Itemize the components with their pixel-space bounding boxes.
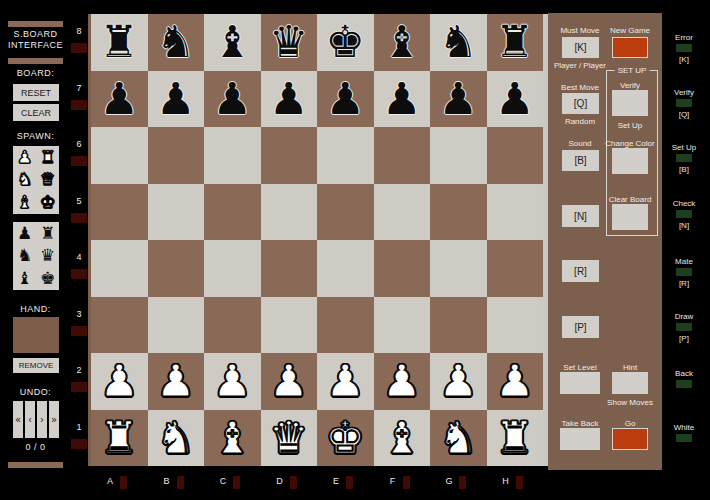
piece-black-pawn[interactable]: ♟ bbox=[269, 77, 308, 121]
spawn-white-knight[interactable]: ♞ bbox=[13, 169, 36, 192]
hint-label: Hint bbox=[598, 363, 662, 372]
square-h5[interactable] bbox=[487, 184, 544, 241]
file-led-a bbox=[120, 476, 127, 489]
piece-black-bishop[interactable]: ♝ bbox=[213, 20, 252, 64]
square-a4[interactable] bbox=[91, 240, 148, 297]
piece-white-pawn[interactable]: ♟ bbox=[100, 359, 139, 403]
square-b2[interactable]: ♟ bbox=[148, 353, 205, 410]
reset-button[interactable]: RESET bbox=[13, 84, 59, 101]
setup-group-title: SET UP bbox=[615, 66, 650, 75]
square-d3[interactable] bbox=[261, 297, 318, 354]
file-label-d: D bbox=[274, 476, 286, 486]
undo-section-label: UNDO: bbox=[0, 387, 71, 397]
undo-last-button[interactable]: » bbox=[49, 401, 59, 438]
rank-led-3 bbox=[71, 326, 87, 336]
piece-black-rook[interactable]: ♜ bbox=[100, 20, 139, 64]
square-e5[interactable] bbox=[317, 184, 374, 241]
hand-section-label: HAND: bbox=[0, 304, 71, 314]
piece-white-pawn[interactable]: ♟ bbox=[213, 359, 252, 403]
square-h2[interactable]: ♟ bbox=[487, 353, 544, 410]
square-g1[interactable]: ♞ bbox=[430, 410, 487, 467]
piece-white-king[interactable]: ♚ bbox=[326, 416, 365, 460]
black-queen-icon: ♛ bbox=[40, 247, 55, 264]
piece-white-pawn[interactable]: ♟ bbox=[156, 359, 195, 403]
hint-button[interactable] bbox=[612, 372, 648, 394]
square-g4[interactable] bbox=[430, 240, 487, 297]
black-knight-icon: ♞ bbox=[17, 247, 32, 264]
piece-white-rook[interactable]: ♜ bbox=[495, 416, 534, 460]
file-label-c: C bbox=[217, 476, 229, 486]
hand-slot[interactable] bbox=[13, 317, 59, 353]
rank-label-5: 5 bbox=[70, 196, 88, 206]
square-e2[interactable]: ♟ bbox=[317, 353, 374, 410]
sidebar-top-bar bbox=[8, 21, 63, 27]
status-led-mate bbox=[676, 268, 692, 276]
rank-led-4 bbox=[71, 269, 87, 279]
board-section-label: BOARD: bbox=[0, 68, 71, 78]
square-b5[interactable] bbox=[148, 184, 205, 241]
square-d6[interactable] bbox=[261, 127, 318, 184]
piece-black-knight[interactable]: ♞ bbox=[156, 20, 195, 64]
player-player-label: Player / Player bbox=[548, 61, 612, 70]
square-g5[interactable] bbox=[430, 184, 487, 241]
file-led-g bbox=[459, 476, 466, 489]
undo-controls: «‹›» bbox=[13, 401, 59, 438]
spawn-black-knight[interactable]: ♞ bbox=[13, 245, 36, 268]
square-c6[interactable] bbox=[204, 127, 261, 184]
status-led-back bbox=[676, 380, 692, 388]
square-h7[interactable]: ♟ bbox=[487, 71, 544, 128]
status-key-check: [N] bbox=[664, 221, 704, 230]
piece-black-pawn[interactable]: ♟ bbox=[495, 77, 534, 121]
black-king-icon: ♚ bbox=[40, 270, 55, 287]
status-label-verify: Verify bbox=[664, 88, 704, 97]
rank-led-1 bbox=[71, 439, 87, 449]
status-led-white bbox=[676, 434, 692, 442]
piece-black-pawn[interactable]: ♟ bbox=[156, 77, 195, 121]
spawn-black-pawn[interactable]: ♟ bbox=[13, 222, 36, 245]
change-color-button[interactable] bbox=[612, 148, 648, 174]
piece-white-pawn[interactable]: ♟ bbox=[495, 359, 534, 403]
spawn-section-label: SPAWN: bbox=[0, 131, 71, 141]
sound-button[interactable]: [B] bbox=[562, 150, 599, 171]
best-move-button[interactable]: [Q] bbox=[562, 93, 599, 114]
square-g7[interactable]: ♟ bbox=[430, 71, 487, 128]
undo-first-button[interactable]: « bbox=[13, 401, 23, 438]
square-f1[interactable]: ♝ bbox=[374, 410, 431, 467]
square-c8[interactable]: ♝ bbox=[204, 14, 261, 71]
square-h6[interactable] bbox=[487, 127, 544, 184]
square-e8[interactable]: ♚ bbox=[317, 14, 374, 71]
square-a5[interactable] bbox=[91, 184, 148, 241]
spawn-white-rook[interactable]: ♜ bbox=[36, 146, 59, 169]
square-h1[interactable]: ♜ bbox=[487, 410, 544, 467]
piece-black-pawn[interactable]: ♟ bbox=[213, 77, 252, 121]
square-b4[interactable] bbox=[148, 240, 205, 297]
square-b3[interactable] bbox=[148, 297, 205, 354]
take-back-button[interactable] bbox=[560, 428, 600, 450]
white-bishop-icon: ♝ bbox=[17, 194, 32, 211]
new-game-label: New Game bbox=[598, 26, 662, 35]
square-d7[interactable]: ♟ bbox=[261, 71, 318, 128]
piece-black-pawn[interactable]: ♟ bbox=[326, 77, 365, 121]
status-key-mate: [R] bbox=[664, 279, 704, 288]
square-f7[interactable]: ♟ bbox=[374, 71, 431, 128]
black-bishop-icon: ♝ bbox=[17, 270, 32, 287]
piece-white-pawn[interactable]: ♟ bbox=[382, 359, 421, 403]
status-label-check: Check bbox=[664, 199, 704, 208]
square-e6[interactable] bbox=[317, 127, 374, 184]
file-label-f: F bbox=[387, 476, 399, 486]
show-moves-label: Show Moves bbox=[598, 398, 662, 407]
square-f6[interactable] bbox=[374, 127, 431, 184]
square-c4[interactable] bbox=[204, 240, 261, 297]
status-led-set-up bbox=[676, 154, 692, 162]
file-label-b: B bbox=[161, 476, 173, 486]
rank-label-2: 2 bbox=[70, 365, 88, 375]
piece-white-bishop[interactable]: ♝ bbox=[213, 416, 252, 460]
file-led-h bbox=[516, 476, 523, 489]
square-d5[interactable] bbox=[261, 184, 318, 241]
spawn-white-grid: ♟♜♞♛♝♚ bbox=[13, 146, 59, 214]
undo-back-button[interactable]: ‹ bbox=[25, 401, 35, 438]
piece-black-rook[interactable]: ♜ bbox=[495, 20, 534, 64]
status-led-error bbox=[676, 44, 692, 52]
square-g6[interactable] bbox=[430, 127, 487, 184]
status-label-error: Error bbox=[664, 33, 704, 42]
square-e1[interactable]: ♚ bbox=[317, 410, 374, 467]
piece-black-king[interactable]: ♚ bbox=[326, 20, 365, 64]
verify-label: Verify bbox=[598, 81, 662, 90]
file-led-b bbox=[177, 476, 184, 489]
verify-button[interactable] bbox=[612, 90, 648, 116]
chess-board[interactable]: ♜♞♝♛♚♝♞♜♟♟♟♟♟♟♟♟♟♟♟♟♟♟♟♟♜♞♝♛♚♝♞♜ bbox=[91, 14, 543, 466]
square-e7[interactable]: ♟ bbox=[317, 71, 374, 128]
change-color-label: Change Color bbox=[598, 139, 662, 148]
piece-white-pawn[interactable]: ♟ bbox=[439, 359, 478, 403]
square-b6[interactable] bbox=[148, 127, 205, 184]
square-g8[interactable]: ♞ bbox=[430, 14, 487, 71]
rank-led-6 bbox=[71, 156, 87, 166]
status-label-back: Back bbox=[664, 369, 704, 378]
spawn-white-bishop[interactable]: ♝ bbox=[13, 191, 36, 214]
square-b8[interactable]: ♞ bbox=[148, 14, 205, 71]
rank-led-5 bbox=[71, 213, 87, 223]
square-c7[interactable]: ♟ bbox=[204, 71, 261, 128]
piece-black-pawn[interactable]: ♟ bbox=[382, 77, 421, 121]
rank-label-7: 7 bbox=[70, 83, 88, 93]
square-b7[interactable]: ♟ bbox=[148, 71, 205, 128]
status-label-white: White bbox=[664, 423, 704, 432]
square-e3[interactable] bbox=[317, 297, 374, 354]
square-g2[interactable]: ♟ bbox=[430, 353, 487, 410]
file-label-a: A bbox=[104, 476, 116, 486]
piece-black-bishop[interactable]: ♝ bbox=[382, 20, 421, 64]
status-key-draw: [P] bbox=[664, 334, 704, 343]
pawn-key-button[interactable]: [P] bbox=[562, 316, 599, 338]
app-title-line2: INTERFACE bbox=[0, 40, 71, 50]
square-g3[interactable] bbox=[430, 297, 487, 354]
square-h3[interactable] bbox=[487, 297, 544, 354]
set-level-button[interactable] bbox=[560, 372, 600, 394]
sidebar-bottom-bar bbox=[8, 462, 63, 468]
white-rook-icon: ♜ bbox=[40, 149, 55, 166]
file-label-g: G bbox=[443, 476, 455, 486]
square-a6[interactable] bbox=[91, 127, 148, 184]
file-led-e bbox=[346, 476, 353, 489]
square-f3[interactable] bbox=[374, 297, 431, 354]
file-led-d bbox=[290, 476, 297, 489]
file-led-f bbox=[403, 476, 410, 489]
white-pawn-icon: ♟ bbox=[17, 149, 32, 166]
square-b1[interactable]: ♞ bbox=[148, 410, 205, 467]
spawn-white-king[interactable]: ♚ bbox=[36, 191, 59, 214]
square-f5[interactable] bbox=[374, 184, 431, 241]
white-knight-icon: ♞ bbox=[17, 171, 32, 188]
undo-forward-button[interactable]: › bbox=[37, 401, 47, 438]
rank-label-6: 6 bbox=[70, 139, 88, 149]
must-move-button[interactable]: [K] bbox=[562, 37, 599, 58]
status-key-verify: [Q] bbox=[664, 110, 704, 119]
go-button[interactable] bbox=[612, 428, 648, 450]
go-label: Go bbox=[598, 419, 662, 428]
square-d4[interactable] bbox=[261, 240, 318, 297]
rank-led-2 bbox=[71, 382, 87, 392]
rank-label-8: 8 bbox=[70, 26, 88, 36]
spawn-black-queen[interactable]: ♛ bbox=[36, 245, 59, 268]
black-pawn-icon: ♟ bbox=[17, 225, 32, 242]
new-game-button[interactable] bbox=[612, 37, 648, 58]
rank-label-1: 1 bbox=[70, 422, 88, 432]
status-led-draw bbox=[676, 323, 692, 331]
spawn-white-queen[interactable]: ♛ bbox=[36, 169, 59, 192]
sidebar-divider-bar bbox=[8, 58, 63, 64]
square-d1[interactable]: ♛ bbox=[261, 410, 318, 467]
remove-button[interactable]: REMOVE bbox=[13, 358, 59, 373]
square-d2[interactable]: ♟ bbox=[261, 353, 318, 410]
piece-white-knight[interactable]: ♞ bbox=[439, 416, 478, 460]
piece-black-pawn[interactable]: ♟ bbox=[100, 77, 139, 121]
square-f4[interactable] bbox=[374, 240, 431, 297]
piece-black-pawn[interactable]: ♟ bbox=[439, 77, 478, 121]
status-key-set-up: [B] bbox=[664, 165, 704, 174]
spawn-black-bishop[interactable]: ♝ bbox=[13, 267, 36, 290]
status-led-verify bbox=[676, 99, 692, 107]
rank-label-4: 4 bbox=[70, 252, 88, 262]
spawn-black-rook[interactable]: ♜ bbox=[36, 222, 59, 245]
app-title-line1: S.BOARD bbox=[0, 29, 71, 39]
set-up-label: Set Up bbox=[598, 121, 662, 130]
knight-key-button[interactable]: [N] bbox=[562, 205, 599, 227]
square-a1[interactable]: ♜ bbox=[91, 410, 148, 467]
piece-white-knight[interactable]: ♞ bbox=[156, 416, 195, 460]
square-a3[interactable] bbox=[91, 297, 148, 354]
clear-board-button[interactable] bbox=[612, 204, 648, 230]
piece-white-pawn[interactable]: ♟ bbox=[326, 359, 365, 403]
spawn-black-king[interactable]: ♚ bbox=[36, 267, 59, 290]
status-label-mate: Mate bbox=[664, 257, 704, 266]
file-led-c bbox=[233, 476, 240, 489]
square-d8[interactable]: ♛ bbox=[261, 14, 318, 71]
status-led-check bbox=[676, 210, 692, 218]
white-king-icon: ♚ bbox=[40, 194, 55, 211]
status-label-set-up: Set Up bbox=[664, 143, 704, 152]
piece-black-queen[interactable]: ♛ bbox=[269, 20, 308, 64]
spawn-black-grid: ♟♜♞♛♝♚ bbox=[13, 222, 59, 290]
square-f8[interactable]: ♝ bbox=[374, 14, 431, 71]
piece-white-bishop[interactable]: ♝ bbox=[382, 416, 421, 460]
file-label-h: H bbox=[500, 476, 512, 486]
undo-counter: 0 / 0 bbox=[0, 442, 71, 452]
square-f2[interactable]: ♟ bbox=[374, 353, 431, 410]
piece-black-knight[interactable]: ♞ bbox=[439, 20, 478, 64]
square-c1[interactable]: ♝ bbox=[204, 410, 261, 467]
status-key-error: [K] bbox=[664, 55, 704, 64]
clear-button[interactable]: CLEAR bbox=[13, 104, 59, 121]
square-c2[interactable]: ♟ bbox=[204, 353, 261, 410]
clear-board-label: Clear Board bbox=[598, 195, 662, 204]
status-label-draw: Draw bbox=[664, 312, 704, 321]
file-label-e: E bbox=[330, 476, 342, 486]
rank-led-8 bbox=[71, 43, 87, 53]
square-c3[interactable] bbox=[204, 297, 261, 354]
rank-label-3: 3 bbox=[70, 309, 88, 319]
square-h4[interactable] bbox=[487, 240, 544, 297]
white-queen-icon: ♛ bbox=[40, 171, 55, 188]
piece-white-pawn[interactable]: ♟ bbox=[269, 359, 308, 403]
piece-white-rook[interactable]: ♜ bbox=[100, 416, 139, 460]
square-a8[interactable]: ♜ bbox=[91, 14, 148, 71]
piece-white-queen[interactable]: ♛ bbox=[269, 416, 308, 460]
spawn-white-pawn[interactable]: ♟ bbox=[13, 146, 36, 169]
square-a7[interactable]: ♟ bbox=[91, 71, 148, 128]
square-e4[interactable] bbox=[317, 240, 374, 297]
black-rook-icon: ♜ bbox=[40, 225, 55, 242]
square-c5[interactable] bbox=[204, 184, 261, 241]
rook-key-button[interactable]: [R] bbox=[562, 260, 599, 282]
rank-led-7 bbox=[71, 100, 87, 110]
square-a2[interactable]: ♟ bbox=[91, 353, 148, 410]
square-h8[interactable]: ♜ bbox=[487, 14, 544, 71]
